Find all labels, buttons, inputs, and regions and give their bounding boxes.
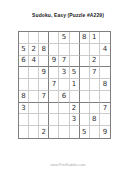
sudoku-cell-r9c1 (19, 126, 29, 138)
sudoku-cell-r7c5 (59, 103, 69, 115)
sudoku-cell-r1c2 (29, 32, 39, 44)
sudoku-cell-r8c5 (59, 114, 69, 126)
sudoku-cell-r8c3 (39, 114, 49, 126)
sudoku-cell-r9c7: 5 (80, 126, 90, 138)
sudoku-cell-r6c1: 8 (19, 91, 29, 103)
sudoku-cell-r6c8 (90, 91, 100, 103)
sudoku-grid: 581528464972935771887632738259 (18, 31, 111, 139)
sudoku-cell-r5c3 (39, 79, 49, 91)
sudoku-cell-r2c1: 5 (19, 44, 29, 56)
sudoku-cell-r5c4: 7 (49, 79, 59, 91)
sudoku-cell-r5c8 (90, 79, 100, 91)
sudoku-cell-r2c4 (49, 44, 59, 56)
sudoku-cell-r8c8: 8 (90, 114, 100, 126)
sudoku-cell-r6c4 (49, 91, 59, 103)
sudoku-cell-r2c5 (59, 44, 69, 56)
sudoku-cell-r1c4 (49, 32, 59, 44)
sudoku-cell-r3c1: 6 (19, 56, 29, 68)
sudoku-cell-r9c4 (49, 126, 59, 138)
sudoku-cell-r5c6: 1 (70, 79, 80, 91)
sudoku-cell-r1c8: 1 (90, 32, 100, 44)
sudoku-cell-r9c2 (29, 126, 39, 138)
sudoku-cell-r4c4 (49, 67, 59, 79)
sudoku-cell-r7c7 (80, 103, 90, 115)
sudoku-sheet: Sudoku, Easy (Puzzle #A229) 581528464972… (0, 0, 136, 176)
sudoku-cell-r7c8 (90, 103, 100, 115)
sudoku-cell-r2c2: 2 (29, 44, 39, 56)
sudoku-cell-r5c7 (80, 79, 90, 91)
sudoku-cell-r4c1 (19, 67, 29, 79)
sudoku-cell-r4c6: 5 (70, 67, 80, 79)
sudoku-cell-r8c2 (29, 114, 39, 126)
sudoku-cell-r4c3: 9 (39, 67, 49, 79)
sudoku-cell-r5c9: 8 (100, 79, 110, 91)
sudoku-cell-r7c9: 7 (100, 103, 110, 115)
sudoku-cell-r3c5: 7 (59, 56, 69, 68)
sudoku-cell-r2c6 (70, 44, 80, 56)
sudoku-cell-r9c3: 2 (39, 126, 49, 138)
sudoku-cell-r9c5 (59, 126, 69, 138)
sudoku-cell-r6c9 (100, 91, 110, 103)
sudoku-cell-r3c6 (70, 56, 80, 68)
sudoku-cell-r2c9: 4 (100, 44, 110, 56)
sudoku-cell-r4c2 (29, 67, 39, 79)
sudoku-cell-r4c5: 3 (59, 67, 69, 79)
sudoku-cell-r9c9: 9 (100, 126, 110, 138)
sudoku-cell-r3c3 (39, 56, 49, 68)
sudoku-cell-r7c6: 2 (70, 103, 80, 115)
sudoku-cell-r2c7 (80, 44, 90, 56)
sudoku-cell-r3c8: 2 (90, 56, 100, 68)
sudoku-cell-r5c1 (19, 79, 29, 91)
sudoku-cell-r1c7: 8 (80, 32, 90, 44)
sudoku-cell-r4c7 (80, 67, 90, 79)
sudoku-cell-r4c9 (100, 67, 110, 79)
sudoku-cell-r6c7 (80, 91, 90, 103)
sudoku-cell-r1c3 (39, 32, 49, 44)
sudoku-cell-r3c7 (80, 56, 90, 68)
sudoku-cell-r7c3 (39, 103, 49, 115)
sudoku-cell-r7c2 (29, 103, 39, 115)
sudoku-cell-r2c8 (90, 44, 100, 56)
sudoku-cell-r6c5: 6 (59, 91, 69, 103)
sudoku-cell-r3c2: 4 (29, 56, 39, 68)
puzzle-title: Sudoku, Easy (Puzzle #A229) (0, 12, 136, 18)
sudoku-cell-r7c1: 3 (19, 103, 29, 115)
sudoku-cell-r1c9 (100, 32, 110, 44)
sudoku-cell-r6c6 (70, 91, 80, 103)
sudoku-cell-r8c9 (100, 114, 110, 126)
sudoku-cell-r8c6: 3 (70, 114, 80, 126)
sudoku-cell-r9c8 (90, 126, 100, 138)
sudoku-cell-r4c8: 7 (90, 67, 100, 79)
sudoku-cell-r8c7 (80, 114, 90, 126)
sudoku-cell-r7c4 (49, 103, 59, 115)
sudoku-cell-r8c4 (49, 114, 59, 126)
sudoku-cell-r1c1 (19, 32, 29, 44)
sudoku-cell-r6c2 (29, 91, 39, 103)
sudoku-cell-r3c9 (100, 56, 110, 68)
sudoku-cell-r3c4: 9 (49, 56, 59, 68)
sudoku-cell-r6c3: 7 (39, 91, 49, 103)
sudoku-cell-r8c1 (19, 114, 29, 126)
sudoku-cell-r1c5: 5 (59, 32, 69, 44)
sudoku-cell-r1c6 (70, 32, 80, 44)
sudoku-cell-r5c2 (29, 79, 39, 91)
sudoku-cell-r9c6 (70, 126, 80, 138)
sudoku-cell-r5c5 (59, 79, 69, 91)
sudoku-cell-r2c3: 8 (39, 44, 49, 56)
footer-url: www.PrintSudoku.com (0, 163, 136, 167)
